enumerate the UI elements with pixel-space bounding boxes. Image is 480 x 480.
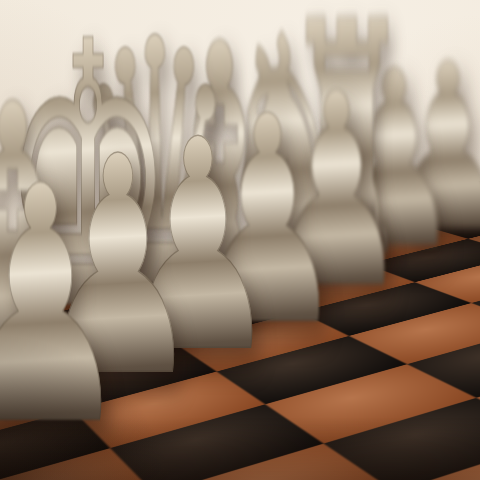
pieces-layer: ♝ ♚ ♛ ♝ ♞ ♜ ♟ ♟ ♟ ♟ ♟ ♟ ♟ [0, 0, 480, 480]
chess-set-photo: ♝ ♚ ♛ ♝ ♞ ♜ ♟ ♟ ♟ ♟ ♟ ♟ ♟ [0, 0, 480, 480]
white-pawn-g2: ♟ [0, 144, 141, 469]
